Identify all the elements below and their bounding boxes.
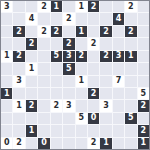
cell-r9-c6[interactable]: 5 bbox=[76, 113, 87, 124]
cell-r11-c4[interactable] bbox=[51, 138, 62, 149]
cell-r0-c9[interactable] bbox=[113, 1, 124, 12]
cell-r2-c11[interactable] bbox=[138, 26, 149, 37]
cell-r5-c3[interactable] bbox=[38, 63, 49, 74]
cell-r0-c10[interactable]: 2 bbox=[125, 1, 136, 12]
cell-r8-c4[interactable]: 2 bbox=[51, 100, 62, 111]
cell-r4-c1[interactable]: 2 bbox=[13, 51, 24, 62]
cell-r0-c5[interactable] bbox=[63, 1, 74, 12]
cell-r1-c3[interactable] bbox=[38, 13, 49, 24]
cell-r3-c10[interactable] bbox=[125, 38, 136, 49]
mosaic-board: 3211224242221222221253223115317125122332… bbox=[0, 0, 150, 150]
cell-r8-c7[interactable] bbox=[88, 100, 99, 111]
cell-r9-c1[interactable] bbox=[13, 113, 24, 124]
cell-r10-c4[interactable] bbox=[51, 125, 62, 136]
cell-r3-c9[interactable] bbox=[113, 38, 124, 49]
cell-r1-c8[interactable] bbox=[100, 13, 111, 24]
cell-r11-c11[interactable]: 1 bbox=[138, 138, 149, 149]
cell-r5-c7[interactable] bbox=[88, 63, 99, 74]
cell-r2-c9[interactable] bbox=[113, 26, 124, 37]
cell-r11-c5[interactable] bbox=[63, 138, 74, 149]
cell-r10-c3[interactable] bbox=[38, 125, 49, 136]
cell-r5-c0[interactable] bbox=[1, 63, 12, 74]
cell-r9-c3[interactable] bbox=[38, 113, 49, 124]
cell-r0-c3[interactable]: 2 bbox=[38, 1, 49, 12]
cell-r7-c9[interactable] bbox=[113, 88, 124, 99]
cell-r6-c10[interactable] bbox=[125, 76, 136, 87]
cell-r9-c5[interactable] bbox=[63, 113, 74, 124]
cell-r4-c2[interactable] bbox=[26, 51, 37, 62]
cell-r3-c2[interactable]: 2 bbox=[26, 38, 37, 49]
cell-r4-c0[interactable]: 1 bbox=[1, 51, 12, 62]
cell-r7-c3[interactable] bbox=[38, 88, 49, 99]
cell-r10-c9[interactable] bbox=[113, 125, 124, 136]
cell-r11-c3[interactable]: 0 bbox=[38, 138, 49, 149]
cell-r1-c10[interactable] bbox=[125, 13, 136, 24]
cell-r10-c5[interactable] bbox=[63, 125, 74, 136]
cell-r0-c0[interactable]: 3 bbox=[1, 1, 12, 12]
cell-r3-c11[interactable] bbox=[138, 38, 149, 49]
cell-r6-c5[interactable] bbox=[63, 76, 74, 87]
cell-r0-c1[interactable] bbox=[13, 1, 24, 12]
cell-r9-c2[interactable] bbox=[26, 113, 37, 124]
cell-r2-c4[interactable]: 2 bbox=[51, 26, 62, 37]
cell-r4-c10[interactable]: 1 bbox=[125, 51, 136, 62]
cell-r5-c8[interactable] bbox=[100, 63, 111, 74]
cell-r7-c5[interactable] bbox=[63, 88, 74, 99]
cell-r2-c6[interactable]: 1 bbox=[76, 26, 87, 37]
cell-r4-c11[interactable] bbox=[138, 51, 149, 62]
cell-r1-c4[interactable] bbox=[51, 13, 62, 24]
cell-r2-c2[interactable] bbox=[26, 26, 37, 37]
cell-r4-c9[interactable]: 3 bbox=[113, 51, 124, 62]
cell-r11-c0[interactable]: 0 bbox=[1, 138, 12, 149]
cell-r2-c8[interactable]: 2 bbox=[100, 26, 111, 37]
cell-r5-c11[interactable] bbox=[138, 63, 149, 74]
cell-r11-c8[interactable]: 1 bbox=[100, 138, 111, 149]
cell-r6-c9[interactable]: 7 bbox=[113, 76, 124, 87]
cell-r2-c10[interactable]: 2 bbox=[125, 26, 136, 37]
cell-r10-c10[interactable] bbox=[125, 125, 136, 136]
cell-r5-c10[interactable] bbox=[125, 63, 136, 74]
cell-r5-c4[interactable] bbox=[51, 63, 62, 74]
cell-r8-c5[interactable]: 3 bbox=[63, 100, 74, 111]
cell-r4-c5[interactable]: 3 bbox=[63, 51, 74, 62]
cell-r2-c1[interactable]: 2 bbox=[13, 26, 24, 37]
cell-r4-c8[interactable]: 2 bbox=[100, 51, 111, 62]
cell-r5-c9[interactable] bbox=[113, 63, 124, 74]
cell-r7-c10[interactable] bbox=[125, 88, 136, 99]
cell-r1-c0[interactable] bbox=[1, 13, 12, 24]
cell-r3-c5[interactable]: 2 bbox=[63, 38, 74, 49]
cell-r11-c6[interactable] bbox=[76, 138, 87, 149]
cell-r7-c6[interactable] bbox=[76, 88, 87, 99]
cell-r6-c2[interactable] bbox=[26, 76, 37, 87]
cell-r4-c3[interactable] bbox=[38, 51, 49, 62]
cell-r4-c7[interactable] bbox=[88, 51, 99, 62]
cell-r2-c7[interactable] bbox=[88, 26, 99, 37]
cell-r1-c2[interactable]: 4 bbox=[26, 13, 37, 24]
cell-r4-c4[interactable]: 5 bbox=[51, 51, 62, 62]
cell-r2-c5[interactable] bbox=[63, 26, 74, 37]
cell-r7-c1[interactable] bbox=[13, 88, 24, 99]
cell-r6-c4[interactable] bbox=[51, 76, 62, 87]
cell-r0-c8[interactable] bbox=[100, 1, 111, 12]
cell-r9-c9[interactable] bbox=[113, 113, 124, 124]
cell-r0-c4[interactable]: 1 bbox=[51, 1, 62, 12]
cell-r10-c0[interactable] bbox=[1, 125, 12, 136]
cell-r3-c8[interactable] bbox=[100, 38, 111, 49]
cell-r11-c1[interactable]: 2 bbox=[13, 138, 24, 149]
cell-r11-c2[interactable] bbox=[26, 138, 37, 149]
cell-r6-c7[interactable] bbox=[88, 76, 99, 87]
cell-r3-c7[interactable]: 2 bbox=[88, 38, 99, 49]
cell-r10-c6[interactable] bbox=[76, 125, 87, 136]
cell-r11-c7[interactable]: 2 bbox=[88, 138, 99, 149]
cell-r8-c2[interactable]: 2 bbox=[26, 100, 37, 111]
cell-r9-c0[interactable] bbox=[1, 113, 12, 124]
cell-r11-c10[interactable] bbox=[125, 138, 136, 149]
cell-r6-c3[interactable] bbox=[38, 76, 49, 87]
cell-r6-c6[interactable]: 1 bbox=[76, 76, 87, 87]
cell-r3-c6[interactable] bbox=[76, 38, 87, 49]
cell-r10-c11[interactable]: 2 bbox=[138, 125, 149, 136]
cell-r5-c6[interactable] bbox=[76, 63, 87, 74]
cell-r4-c6[interactable]: 2 bbox=[76, 51, 87, 62]
cell-r0-c11[interactable] bbox=[138, 1, 149, 12]
cell-r8-c6[interactable] bbox=[76, 100, 87, 111]
cell-r7-c2[interactable] bbox=[26, 88, 37, 99]
cell-r9-c7[interactable]: 0 bbox=[88, 113, 99, 124]
cell-r9-c11[interactable] bbox=[138, 113, 149, 124]
cell-r8-c9[interactable] bbox=[113, 100, 124, 111]
cell-r3-c3[interactable] bbox=[38, 38, 49, 49]
cell-r7-c7[interactable]: 2 bbox=[88, 88, 99, 99]
cell-r10-c7[interactable] bbox=[88, 125, 99, 136]
cell-r11-c9[interactable] bbox=[113, 138, 124, 149]
cell-r1-c1[interactable] bbox=[13, 13, 24, 24]
cell-r10-c8[interactable] bbox=[100, 125, 111, 136]
cell-r9-c10[interactable]: 5 bbox=[125, 113, 136, 124]
cell-r1-c7[interactable] bbox=[88, 13, 99, 24]
cell-r1-c9[interactable]: 4 bbox=[113, 13, 124, 24]
cell-r8-c10[interactable] bbox=[125, 100, 136, 111]
cell-r6-c11[interactable] bbox=[138, 76, 149, 87]
cell-r7-c0[interactable]: 1 bbox=[1, 88, 12, 99]
cell-r6-c1[interactable]: 3 bbox=[13, 76, 24, 87]
cell-r8-c8[interactable]: 3 bbox=[100, 100, 111, 111]
cell-r8-c11[interactable]: 2 bbox=[138, 100, 149, 111]
cell-r3-c1[interactable] bbox=[13, 38, 24, 49]
cell-r6-c8[interactable] bbox=[100, 76, 111, 87]
cell-r10-c2[interactable]: 1 bbox=[26, 125, 37, 136]
cell-r1-c5[interactable]: 2 bbox=[63, 13, 74, 24]
cell-r8-c0[interactable] bbox=[1, 100, 12, 111]
cell-r7-c8[interactable] bbox=[100, 88, 111, 99]
cell-r5-c5[interactable]: 5 bbox=[63, 63, 74, 74]
cell-r8-c1[interactable]: 1 bbox=[13, 100, 24, 111]
cell-r6-c0[interactable] bbox=[1, 76, 12, 87]
cell-r10-c1[interactable] bbox=[13, 125, 24, 136]
cell-r0-c2[interactable] bbox=[26, 1, 37, 12]
cell-r2-c0[interactable] bbox=[1, 26, 12, 37]
cell-r1-c11[interactable] bbox=[138, 13, 149, 24]
cell-r1-c6[interactable] bbox=[76, 13, 87, 24]
cell-r3-c0[interactable] bbox=[1, 38, 12, 49]
cell-r7-c11[interactable]: 5 bbox=[138, 88, 149, 99]
cell-r7-c4[interactable] bbox=[51, 88, 62, 99]
cell-r0-c6[interactable]: 1 bbox=[76, 1, 87, 12]
cell-r9-c8[interactable] bbox=[100, 113, 111, 124]
cell-r5-c1[interactable] bbox=[13, 63, 24, 74]
cell-r8-c3[interactable] bbox=[38, 100, 49, 111]
cell-r5-c2[interactable]: 1 bbox=[26, 63, 37, 74]
cell-r9-c4[interactable] bbox=[51, 113, 62, 124]
cell-r3-c4[interactable] bbox=[51, 38, 62, 49]
cell-r2-c3[interactable]: 2 bbox=[38, 26, 49, 37]
cell-r0-c7[interactable]: 2 bbox=[88, 1, 99, 12]
